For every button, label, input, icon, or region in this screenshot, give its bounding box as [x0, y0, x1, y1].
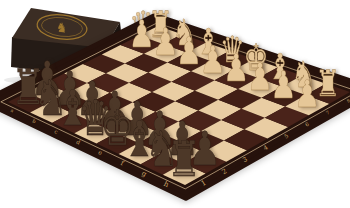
chess-piece-light-p-e7: ♟ [223, 47, 249, 90]
chess-piece-light-p-b7: ♟ [152, 21, 178, 64]
chess-piece-dark-r-h1: ♜ [167, 130, 201, 187]
chess-piece-light-p-c7: ♟ [176, 29, 202, 72]
chess-piece-light-p-d7: ♟ [199, 38, 225, 81]
knight-logo-icon: ♞ [55, 19, 68, 35]
chess-set-photo: ♞♛abcdefgh12345678♜♞♝♛♚♝♞♜♟♟♟♟♟♟♟♟♟♟♟♟♟♟… [0, 0, 350, 208]
chess-piece-light-p-f7: ♟ [247, 55, 273, 98]
chess-piece-light-p-g7: ♟ [270, 64, 296, 107]
chess-scene-canvas: ♞♛abcdefgh12345678♜♞♝♛♚♝♞♜♟♟♟♟♟♟♟♟♟♟♟♟♟♟… [0, 0, 350, 208]
chess-piece-light-p-a7: ♟ [128, 12, 154, 55]
chess-piece-light-p-h7: ♟ [294, 73, 320, 116]
